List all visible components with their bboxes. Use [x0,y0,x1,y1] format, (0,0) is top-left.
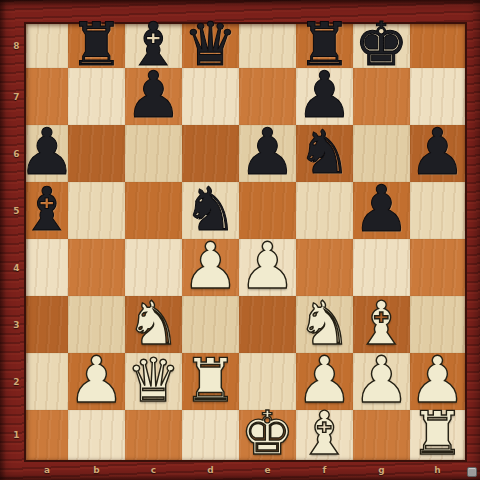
square-c2[interactable]: ♛ [125,353,182,410]
file-label-b: b [68,460,125,480]
black-knight-piece: ♞ [298,122,352,182]
square-e8[interactable] [239,24,296,68]
square-e4[interactable]: ♟ [239,239,296,296]
square-b6[interactable] [68,125,125,182]
black-pawn-piece: ♟ [239,120,296,184]
white-bishop-piece: ♝ [298,403,352,463]
square-g1[interactable] [353,410,410,460]
square-a8[interactable] [26,24,68,68]
square-h5[interactable] [410,182,465,239]
square-a5[interactable]: ♝ [26,182,68,239]
board: ♜♝♛♜♚♟♟♟♟♞♟♝♞♟♟♟♞♞♝♟♛♜♟♟♟♚♝♜ [26,24,465,460]
square-b1[interactable] [68,410,125,460]
white-king-piece: ♚ [241,403,295,463]
resize-grip-icon[interactable] [467,467,477,477]
square-f5[interactable] [296,182,353,239]
rank-label-4: 4 [0,239,26,296]
square-c6[interactable] [125,125,182,182]
white-pawn-piece: ♟ [353,348,410,412]
square-b5[interactable] [68,182,125,239]
square-a4[interactable] [26,239,68,296]
square-e1[interactable]: ♚ [239,410,296,460]
square-g8[interactable]: ♚ [353,24,410,68]
square-d2[interactable]: ♜ [182,353,239,410]
chess-board-window: ♜♝♛♜♚♟♟♟♟♞♟♝♞♟♟♟♞♞♝♟♛♜♟♟♟♚♝♜ 87654321 ab… [0,0,480,480]
square-e3[interactable] [239,296,296,353]
white-pawn-piece: ♟ [68,348,125,412]
black-pawn-piece: ♟ [409,120,466,184]
square-f6[interactable]: ♞ [296,125,353,182]
square-a3[interactable] [26,296,68,353]
square-b2[interactable]: ♟ [68,353,125,410]
file-label-d: d [182,460,239,480]
square-g2[interactable]: ♟ [353,353,410,410]
black-bishop-piece: ♝ [20,179,74,239]
rank-label-3: 3 [0,296,26,353]
white-knight-piece: ♞ [127,293,181,353]
square-h8[interactable] [410,24,465,68]
square-h1[interactable]: ♜ [410,410,465,460]
square-h6[interactable]: ♟ [410,125,465,182]
square-d8[interactable]: ♛ [182,24,239,68]
white-rook-piece: ♜ [411,403,465,463]
square-b4[interactable] [68,239,125,296]
black-king-piece: ♚ [355,14,409,74]
rank-label-2: 2 [0,353,26,410]
black-rook-piece: ♜ [70,14,124,74]
square-f1[interactable]: ♝ [296,410,353,460]
square-c7[interactable]: ♟ [125,68,182,125]
square-h4[interactable] [410,239,465,296]
file-label-c: c [125,460,182,480]
rank-label-8: 8 [0,24,26,68]
white-queen-piece: ♛ [127,350,181,410]
square-a1[interactable] [26,410,68,460]
black-pawn-piece: ♟ [353,177,410,241]
rank-label-1: 1 [0,410,26,460]
white-pawn-piece: ♟ [239,234,296,298]
square-b8[interactable]: ♜ [68,24,125,68]
file-label-a: a [26,460,68,480]
white-rook-piece: ♜ [184,350,238,410]
white-pawn-piece: ♟ [182,234,239,298]
square-g5[interactable]: ♟ [353,182,410,239]
square-c1[interactable] [125,410,182,460]
file-label-g: g [353,460,410,480]
square-a2[interactable] [26,353,68,410]
square-c5[interactable] [125,182,182,239]
square-e6[interactable]: ♟ [239,125,296,182]
square-d1[interactable] [182,410,239,460]
black-queen-piece: ♛ [184,14,238,74]
black-pawn-piece: ♟ [125,63,182,127]
square-d4[interactable]: ♟ [182,239,239,296]
